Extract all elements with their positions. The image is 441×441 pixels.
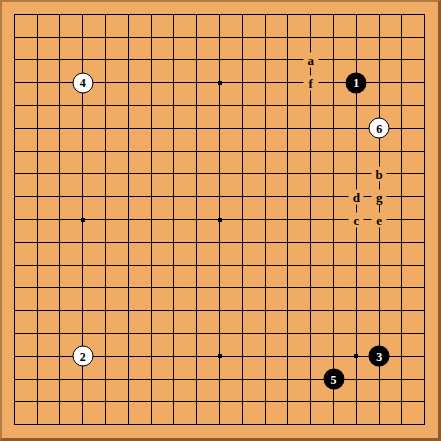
intersection-4-14[interactable] [71,299,94,322]
intersection-2-8[interactable] [26,163,49,186]
intersection-12-19[interactable] [254,413,277,436]
intersection-4-15[interactable] [71,322,94,345]
intersection-12-9[interactable] [254,185,277,208]
intersection-19-5[interactable] [413,94,436,117]
intersection-16-10[interactable]: c [345,208,368,231]
intersection-3-17[interactable] [49,368,72,391]
intersection-10-6[interactable] [208,117,231,140]
intersection-19-1[interactable] [413,3,436,26]
intersection-18-10[interactable] [391,208,414,231]
intersection-17-4[interactable] [368,71,391,94]
intersection-11-5[interactable] [231,94,254,117]
intersection-2-10[interactable] [26,208,49,231]
intersection-2-13[interactable] [26,277,49,300]
intersection-5-15[interactable] [94,322,117,345]
intersection-19-11[interactable] [413,231,436,254]
intersection-15-19[interactable] [322,413,345,436]
intersection-9-2[interactable] [185,26,208,49]
intersection-12-14[interactable] [254,299,277,322]
intersection-1-3[interactable] [3,49,26,72]
intersection-11-6[interactable] [231,117,254,140]
intersection-18-17[interactable] [391,368,414,391]
intersection-7-8[interactable] [140,163,163,186]
intersection-9-19[interactable] [185,413,208,436]
intersection-1-18[interactable] [3,391,26,414]
intersection-12-1[interactable] [254,3,277,26]
intersection-4-9[interactable] [71,185,94,208]
intersection-4-17[interactable] [71,368,94,391]
intersection-8-15[interactable] [163,322,186,345]
intersection-2-9[interactable] [26,185,49,208]
intersection-4-16[interactable]: 2 [71,345,94,368]
intersection-19-15[interactable] [413,322,436,345]
intersection-17-16[interactable]: 3 [368,345,391,368]
intersection-4-10[interactable] [71,208,94,231]
intersection-1-16[interactable] [3,345,26,368]
intersection-7-6[interactable] [140,117,163,140]
intersection-17-10[interactable]: e [368,208,391,231]
intersection-6-16[interactable] [117,345,140,368]
intersection-5-18[interactable] [94,391,117,414]
intersection-4-1[interactable] [71,3,94,26]
intersection-14-19[interactable] [299,413,322,436]
intersection-4-11[interactable] [71,231,94,254]
intersection-11-18[interactable] [231,391,254,414]
intersection-13-5[interactable] [277,94,300,117]
intersection-2-3[interactable] [26,49,49,72]
intersection-15-6[interactable] [322,117,345,140]
intersection-5-13[interactable] [94,277,117,300]
intersection-14-13[interactable] [299,277,322,300]
intersection-3-19[interactable] [49,413,72,436]
intersection-2-12[interactable] [26,254,49,277]
intersection-2-14[interactable] [26,299,49,322]
intersection-8-11[interactable] [163,231,186,254]
intersection-1-4[interactable] [3,71,26,94]
stone-white-6[interactable]: 6 [369,118,390,139]
intersection-5-8[interactable] [94,163,117,186]
intersection-6-7[interactable] [117,140,140,163]
intersection-9-1[interactable] [185,3,208,26]
intersection-17-17[interactable] [368,368,391,391]
intersection-13-10[interactable] [277,208,300,231]
intersection-14-3[interactable]: a [299,49,322,72]
intersection-1-14[interactable] [3,299,26,322]
intersection-13-1[interactable] [277,3,300,26]
intersection-6-10[interactable] [117,208,140,231]
intersection-18-11[interactable] [391,231,414,254]
intersection-19-2[interactable] [413,26,436,49]
intersection-15-14[interactable] [322,299,345,322]
intersection-12-15[interactable] [254,322,277,345]
intersection-11-4[interactable] [231,71,254,94]
intersection-13-14[interactable] [277,299,300,322]
intersection-9-8[interactable] [185,163,208,186]
intersection-4-12[interactable] [71,254,94,277]
intersection-11-2[interactable] [231,26,254,49]
intersection-12-8[interactable] [254,163,277,186]
intersection-15-2[interactable] [322,26,345,49]
intersection-1-5[interactable] [3,94,26,117]
intersection-7-13[interactable] [140,277,163,300]
intersection-3-15[interactable] [49,322,72,345]
intersection-15-7[interactable] [322,140,345,163]
intersection-19-8[interactable] [413,163,436,186]
intersection-18-8[interactable] [391,163,414,186]
intersection-2-4[interactable] [26,71,49,94]
intersection-7-5[interactable] [140,94,163,117]
intersection-16-2[interactable] [345,26,368,49]
intersection-5-17[interactable] [94,368,117,391]
intersection-16-4[interactable]: 1 [345,71,368,94]
intersection-8-10[interactable] [163,208,186,231]
intersection-9-4[interactable] [185,71,208,94]
intersection-3-14[interactable] [49,299,72,322]
intersection-19-6[interactable] [413,117,436,140]
intersection-7-1[interactable] [140,3,163,26]
intersection-5-3[interactable] [94,49,117,72]
intersection-16-3[interactable] [345,49,368,72]
intersection-2-17[interactable] [26,368,49,391]
intersection-14-15[interactable] [299,322,322,345]
intersection-6-13[interactable] [117,277,140,300]
intersection-11-13[interactable] [231,277,254,300]
intersection-12-11[interactable] [254,231,277,254]
intersection-10-16[interactable] [208,345,231,368]
intersection-9-3[interactable] [185,49,208,72]
intersection-15-12[interactable] [322,254,345,277]
intersection-3-5[interactable] [49,94,72,117]
intersection-10-8[interactable] [208,163,231,186]
intersection-7-7[interactable] [140,140,163,163]
intersection-5-1[interactable] [94,3,117,26]
intersection-16-7[interactable] [345,140,368,163]
intersection-3-2[interactable] [49,26,72,49]
intersection-6-17[interactable] [117,368,140,391]
intersection-17-6[interactable]: 6 [368,117,391,140]
intersection-10-7[interactable] [208,140,231,163]
intersection-12-3[interactable] [254,49,277,72]
intersection-7-16[interactable] [140,345,163,368]
intersection-2-6[interactable] [26,117,49,140]
intersection-16-14[interactable] [345,299,368,322]
intersection-10-5[interactable] [208,94,231,117]
intersection-2-16[interactable] [26,345,49,368]
intersection-13-7[interactable] [277,140,300,163]
intersection-10-11[interactable] [208,231,231,254]
intersection-11-10[interactable] [231,208,254,231]
intersection-13-4[interactable] [277,71,300,94]
intersection-8-6[interactable] [163,117,186,140]
intersection-9-11[interactable] [185,231,208,254]
intersection-13-8[interactable] [277,163,300,186]
intersection-18-6[interactable] [391,117,414,140]
intersection-14-10[interactable] [299,208,322,231]
intersection-5-19[interactable] [94,413,117,436]
stone-black-5[interactable]: 5 [323,369,344,390]
intersection-2-1[interactable] [26,3,49,26]
intersection-18-18[interactable] [391,391,414,414]
intersection-12-5[interactable] [254,94,277,117]
intersection-6-18[interactable] [117,391,140,414]
intersection-4-18[interactable] [71,391,94,414]
intersection-13-12[interactable] [277,254,300,277]
intersection-16-8[interactable] [345,163,368,186]
intersection-17-3[interactable] [368,49,391,72]
intersection-8-4[interactable] [163,71,186,94]
stone-black-1[interactable]: 1 [346,72,367,93]
intersection-12-18[interactable] [254,391,277,414]
intersection-10-2[interactable] [208,26,231,49]
intersection-10-14[interactable] [208,299,231,322]
intersection-16-1[interactable] [345,3,368,26]
intersection-14-11[interactable] [299,231,322,254]
intersection-8-7[interactable] [163,140,186,163]
intersection-7-10[interactable] [140,208,163,231]
intersection-14-18[interactable] [299,391,322,414]
intersection-3-13[interactable] [49,277,72,300]
intersection-7-4[interactable] [140,71,163,94]
intersection-10-1[interactable] [208,3,231,26]
intersection-12-17[interactable] [254,368,277,391]
intersection-13-6[interactable] [277,117,300,140]
intersection-6-12[interactable] [117,254,140,277]
intersection-15-9[interactable] [322,185,345,208]
intersection-16-19[interactable] [345,413,368,436]
intersection-6-2[interactable] [117,26,140,49]
intersection-11-15[interactable] [231,322,254,345]
intersection-18-16[interactable] [391,345,414,368]
intersection-18-12[interactable] [391,254,414,277]
intersection-17-18[interactable] [368,391,391,414]
intersection-7-12[interactable] [140,254,163,277]
intersection-2-7[interactable] [26,140,49,163]
intersection-9-15[interactable] [185,322,208,345]
intersection-10-12[interactable] [208,254,231,277]
intersection-11-11[interactable] [231,231,254,254]
intersection-17-13[interactable] [368,277,391,300]
intersection-11-8[interactable] [231,163,254,186]
intersection-7-11[interactable] [140,231,163,254]
intersection-17-5[interactable] [368,94,391,117]
intersection-6-3[interactable] [117,49,140,72]
intersection-7-3[interactable] [140,49,163,72]
intersection-8-12[interactable] [163,254,186,277]
intersection-15-4[interactable] [322,71,345,94]
intersection-18-5[interactable] [391,94,414,117]
intersection-15-5[interactable] [322,94,345,117]
intersection-2-5[interactable] [26,94,49,117]
intersection-9-16[interactable] [185,345,208,368]
intersection-3-10[interactable] [49,208,72,231]
stone-black-3[interactable]: 3 [369,346,390,367]
intersection-7-14[interactable] [140,299,163,322]
intersection-1-13[interactable] [3,277,26,300]
intersection-19-19[interactable] [413,413,436,436]
intersection-5-2[interactable] [94,26,117,49]
intersection-16-18[interactable] [345,391,368,414]
stone-white-2[interactable]: 2 [72,346,93,367]
intersection-1-17[interactable] [3,368,26,391]
intersection-7-17[interactable] [140,368,163,391]
intersection-8-17[interactable] [163,368,186,391]
intersection-19-9[interactable] [413,185,436,208]
intersection-13-2[interactable] [277,26,300,49]
intersection-6-6[interactable] [117,117,140,140]
intersection-17-15[interactable] [368,322,391,345]
intersection-10-13[interactable] [208,277,231,300]
intersection-8-16[interactable] [163,345,186,368]
intersection-10-3[interactable] [208,49,231,72]
intersection-14-1[interactable] [299,3,322,26]
intersection-16-9[interactable]: d [345,185,368,208]
intersection-3-9[interactable] [49,185,72,208]
intersection-17-19[interactable] [368,413,391,436]
intersection-1-11[interactable] [3,231,26,254]
intersection-2-18[interactable] [26,391,49,414]
intersection-19-4[interactable] [413,71,436,94]
intersection-9-12[interactable] [185,254,208,277]
intersection-17-2[interactable] [368,26,391,49]
intersection-9-18[interactable] [185,391,208,414]
intersection-18-13[interactable] [391,277,414,300]
intersection-13-13[interactable] [277,277,300,300]
intersection-19-17[interactable] [413,368,436,391]
intersection-12-2[interactable] [254,26,277,49]
intersection-1-1[interactable] [3,3,26,26]
intersection-12-10[interactable] [254,208,277,231]
intersection-3-12[interactable] [49,254,72,277]
intersection-10-10[interactable] [208,208,231,231]
intersection-14-12[interactable] [299,254,322,277]
intersection-7-2[interactable] [140,26,163,49]
intersection-14-9[interactable] [299,185,322,208]
intersection-10-17[interactable] [208,368,231,391]
intersection-8-1[interactable] [163,3,186,26]
intersection-11-16[interactable] [231,345,254,368]
intersection-12-13[interactable] [254,277,277,300]
intersection-12-7[interactable] [254,140,277,163]
intersection-10-18[interactable] [208,391,231,414]
intersection-12-4[interactable] [254,71,277,94]
intersection-7-9[interactable] [140,185,163,208]
intersection-1-6[interactable] [3,117,26,140]
intersection-19-12[interactable] [413,254,436,277]
intersection-9-5[interactable] [185,94,208,117]
intersection-4-6[interactable] [71,117,94,140]
intersection-8-5[interactable] [163,94,186,117]
intersection-6-14[interactable] [117,299,140,322]
stone-white-4[interactable]: 4 [72,72,93,93]
intersection-5-7[interactable] [94,140,117,163]
intersection-16-5[interactable] [345,94,368,117]
intersection-8-9[interactable] [163,185,186,208]
intersection-1-15[interactable] [3,322,26,345]
intersection-19-18[interactable] [413,391,436,414]
intersection-13-15[interactable] [277,322,300,345]
intersection-6-9[interactable] [117,185,140,208]
intersection-6-19[interactable] [117,413,140,436]
intersection-9-17[interactable] [185,368,208,391]
intersection-18-9[interactable] [391,185,414,208]
intersection-4-19[interactable] [71,413,94,436]
intersection-7-19[interactable] [140,413,163,436]
intersection-17-7[interactable] [368,140,391,163]
intersection-8-3[interactable] [163,49,186,72]
intersection-4-3[interactable] [71,49,94,72]
intersection-2-19[interactable] [26,413,49,436]
intersection-11-17[interactable] [231,368,254,391]
intersection-3-18[interactable] [49,391,72,414]
intersection-8-13[interactable] [163,277,186,300]
intersection-15-3[interactable] [322,49,345,72]
intersection-10-4[interactable] [208,71,231,94]
intersection-11-1[interactable] [231,3,254,26]
intersection-10-9[interactable] [208,185,231,208]
intersection-9-13[interactable] [185,277,208,300]
intersection-14-17[interactable] [299,368,322,391]
intersection-19-13[interactable] [413,277,436,300]
intersection-9-6[interactable] [185,117,208,140]
intersection-17-11[interactable] [368,231,391,254]
intersection-8-14[interactable] [163,299,186,322]
intersection-15-15[interactable] [322,322,345,345]
intersection-1-19[interactable] [3,413,26,436]
intersection-4-8[interactable] [71,163,94,186]
intersection-18-14[interactable] [391,299,414,322]
intersection-15-1[interactable] [322,3,345,26]
intersection-18-19[interactable] [391,413,414,436]
intersection-18-7[interactable] [391,140,414,163]
intersection-4-7[interactable] [71,140,94,163]
intersection-12-12[interactable] [254,254,277,277]
intersection-2-11[interactable] [26,231,49,254]
intersection-6-8[interactable] [117,163,140,186]
intersection-11-12[interactable] [231,254,254,277]
intersection-3-16[interactable] [49,345,72,368]
intersection-5-16[interactable] [94,345,117,368]
intersection-2-15[interactable] [26,322,49,345]
intersection-19-7[interactable] [413,140,436,163]
intersection-5-4[interactable] [94,71,117,94]
intersection-14-5[interactable] [299,94,322,117]
intersection-16-13[interactable] [345,277,368,300]
intersection-11-14[interactable] [231,299,254,322]
intersection-14-6[interactable] [299,117,322,140]
intersection-19-3[interactable] [413,49,436,72]
intersection-5-11[interactable] [94,231,117,254]
intersection-9-14[interactable] [185,299,208,322]
intersection-8-18[interactable] [163,391,186,414]
intersection-1-12[interactable] [3,254,26,277]
intersection-19-16[interactable] [413,345,436,368]
intersection-11-19[interactable] [231,413,254,436]
intersection-5-12[interactable] [94,254,117,277]
intersection-15-8[interactable] [322,163,345,186]
intersection-1-7[interactable] [3,140,26,163]
intersection-15-16[interactable] [322,345,345,368]
intersection-4-4[interactable]: 4 [71,71,94,94]
intersection-17-8[interactable]: b [368,163,391,186]
intersection-19-14[interactable] [413,299,436,322]
intersection-8-19[interactable] [163,413,186,436]
intersection-12-16[interactable] [254,345,277,368]
intersection-11-3[interactable] [231,49,254,72]
intersection-14-2[interactable] [299,26,322,49]
intersection-5-9[interactable] [94,185,117,208]
intersection-14-8[interactable] [299,163,322,186]
intersection-15-11[interactable] [322,231,345,254]
